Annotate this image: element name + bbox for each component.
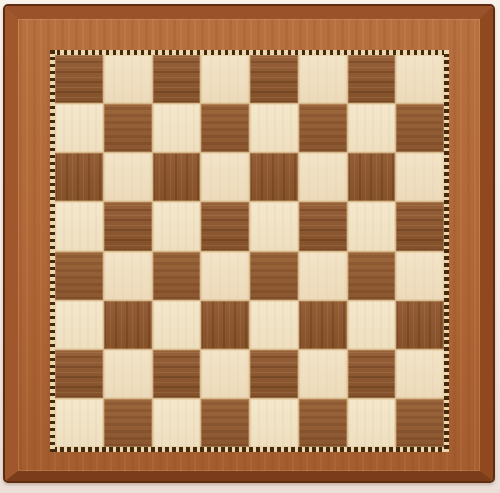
square-e7 [250,104,298,152]
square-a7 [55,104,103,152]
square-c7 [153,104,201,152]
square-b8 [104,55,152,103]
square-b5 [104,202,152,250]
square-h1 [396,399,444,447]
square-b3 [104,301,152,349]
square-h6 [396,153,444,201]
square-b4 [104,252,152,300]
square-h3 [396,301,444,349]
inlay-border-bottom [50,447,449,452]
inlay-border-right [444,50,449,452]
square-c5 [153,202,201,250]
square-f6 [299,153,347,201]
square-e3 [250,301,298,349]
square-f7 [299,104,347,152]
square-c2 [153,350,201,398]
square-d6 [201,153,249,201]
square-d5 [201,202,249,250]
square-f2 [299,350,347,398]
square-g1 [348,399,396,447]
square-h4 [396,252,444,300]
square-a8 [55,55,103,103]
square-b2 [104,350,152,398]
square-g2 [348,350,396,398]
square-f4 [299,252,347,300]
square-c6 [153,153,201,201]
photo-background [0,0,500,493]
square-e8 [250,55,298,103]
square-d1 [201,399,249,447]
square-c1 [153,399,201,447]
square-b7 [104,104,152,152]
square-f8 [299,55,347,103]
square-h8 [396,55,444,103]
square-d2 [201,350,249,398]
square-a1 [55,399,103,447]
square-a4 [55,252,103,300]
square-g3 [348,301,396,349]
square-a6 [55,153,103,201]
square-e6 [250,153,298,201]
square-e5 [250,202,298,250]
square-f3 [299,301,347,349]
square-g6 [348,153,396,201]
square-a3 [55,301,103,349]
square-f1 [299,399,347,447]
square-h2 [396,350,444,398]
square-c8 [153,55,201,103]
square-g4 [348,252,396,300]
square-g7 [348,104,396,152]
square-g5 [348,202,396,250]
square-f5 [299,202,347,250]
square-b6 [104,153,152,201]
square-e4 [250,252,298,300]
square-h7 [396,104,444,152]
square-a2 [55,350,103,398]
chessboard [3,4,495,483]
square-b1 [104,399,152,447]
square-d4 [201,252,249,300]
square-d3 [201,301,249,349]
playing-area [50,50,449,452]
square-d8 [201,55,249,103]
square-d7 [201,104,249,152]
square-h5 [396,202,444,250]
square-g8 [348,55,396,103]
square-c3 [153,301,201,349]
square-c4 [153,252,201,300]
square-e2 [250,350,298,398]
square-e1 [250,399,298,447]
board-grid [55,55,444,447]
square-a5 [55,202,103,250]
